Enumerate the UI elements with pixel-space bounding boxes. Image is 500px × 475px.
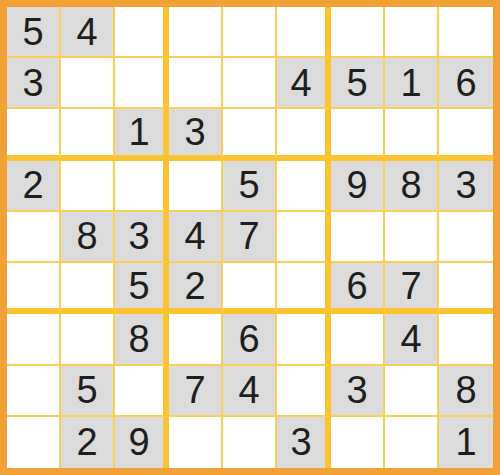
cell-r4c3[interactable] [115,161,169,212]
cell-r6c2[interactable] [61,263,115,314]
cell-r2c6[interactable]: 4 [277,58,331,109]
cell-r9c9[interactable]: 1 [439,417,493,468]
cell-r4c9[interactable]: 3 [439,161,493,212]
sudoku-board: 5434516132598383475267864574382931 [0,0,500,475]
cell-r1c8[interactable] [385,7,439,58]
cell-r3c1[interactable] [7,109,61,160]
cell-r8c7[interactable]: 3 [331,366,385,417]
cell-r2c2[interactable] [61,58,115,109]
cell-r1c3[interactable] [115,7,169,58]
cell-r2c8[interactable]: 1 [385,58,439,109]
cell-r3c4[interactable]: 3 [169,109,223,160]
cell-r8c1[interactable] [7,366,61,417]
cell-r1c1[interactable]: 5 [7,7,61,58]
cell-r5c8[interactable] [385,212,439,263]
cell-r9c1[interactable] [7,417,61,468]
cell-r4c6[interactable] [277,161,331,212]
cell-r3c5[interactable] [223,109,277,160]
cell-r9c5[interactable] [223,417,277,468]
cell-r6c3[interactable]: 5 [115,263,169,314]
cell-r3c2[interactable] [61,109,115,160]
cell-r3c3[interactable]: 1 [115,109,169,160]
cell-r6c9[interactable] [439,263,493,314]
cell-r5c1[interactable] [7,212,61,263]
cell-r7c5[interactable]: 6 [223,314,277,365]
cell-r5c3[interactable]: 3 [115,212,169,263]
cell-r8c2[interactable]: 5 [61,366,115,417]
cell-r1c6[interactable] [277,7,331,58]
cell-r2c5[interactable] [223,58,277,109]
cell-r2c4[interactable] [169,58,223,109]
cell-r2c3[interactable] [115,58,169,109]
cell-r9c7[interactable] [331,417,385,468]
cell-r7c6[interactable] [277,314,331,365]
cell-r1c5[interactable] [223,7,277,58]
cell-r7c9[interactable] [439,314,493,365]
cell-r6c7[interactable]: 6 [331,263,385,314]
cell-r7c2[interactable] [61,314,115,365]
cell-r1c7[interactable] [331,7,385,58]
cell-r4c1[interactable]: 2 [7,161,61,212]
cell-r3c6[interactable] [277,109,331,160]
cell-r5c6[interactable] [277,212,331,263]
cell-r7c3[interactable]: 8 [115,314,169,365]
cell-r8c5[interactable]: 4 [223,366,277,417]
cell-r7c1[interactable] [7,314,61,365]
cell-r1c9[interactable] [439,7,493,58]
cell-r5c2[interactable]: 8 [61,212,115,263]
cell-r4c5[interactable]: 5 [223,161,277,212]
cell-r9c2[interactable]: 2 [61,417,115,468]
cell-r5c9[interactable] [439,212,493,263]
cell-r3c7[interactable] [331,109,385,160]
cell-r9c3[interactable]: 9 [115,417,169,468]
cell-r9c4[interactable] [169,417,223,468]
cell-r9c8[interactable] [385,417,439,468]
cell-r6c8[interactable]: 7 [385,263,439,314]
cell-r6c1[interactable] [7,263,61,314]
cell-r7c8[interactable]: 4 [385,314,439,365]
cell-r7c7[interactable] [331,314,385,365]
cell-r1c2[interactable]: 4 [61,7,115,58]
cell-r6c5[interactable] [223,263,277,314]
cell-r5c7[interactable] [331,212,385,263]
cell-r8c3[interactable] [115,366,169,417]
cell-r2c7[interactable]: 5 [331,58,385,109]
cell-r4c4[interactable] [169,161,223,212]
cell-r8c9[interactable]: 8 [439,366,493,417]
cell-r1c4[interactable] [169,7,223,58]
cell-r5c5[interactable]: 7 [223,212,277,263]
cell-r8c4[interactable]: 7 [169,366,223,417]
cell-r8c8[interactable] [385,366,439,417]
cell-r3c8[interactable] [385,109,439,160]
cell-r4c8[interactable]: 8 [385,161,439,212]
cell-r5c4[interactable]: 4 [169,212,223,263]
cell-r8c6[interactable] [277,366,331,417]
cell-r4c2[interactable] [61,161,115,212]
cell-r9c6[interactable]: 3 [277,417,331,468]
cell-r2c9[interactable]: 6 [439,58,493,109]
cell-r3c9[interactable] [439,109,493,160]
cell-r4c7[interactable]: 9 [331,161,385,212]
cell-r7c4[interactable] [169,314,223,365]
cell-r6c6[interactable] [277,263,331,314]
cell-r2c1[interactable]: 3 [7,58,61,109]
cell-r6c4[interactable]: 2 [169,263,223,314]
